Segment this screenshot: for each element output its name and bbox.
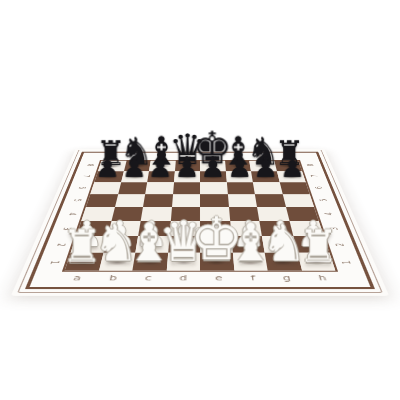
black-pawn-g7[interactable]: ♟ <box>253 153 279 182</box>
square-a7[interactable]: ♟ <box>94 171 123 182</box>
black-pawn-d7[interactable]: ♟ <box>174 153 200 182</box>
coord-label-h: h <box>318 274 328 282</box>
black-pawn-b7[interactable]: ♟ <box>121 153 147 182</box>
coord-label-1: 1 <box>340 260 353 264</box>
black-pawn-f7[interactable]: ♟ <box>227 153 253 182</box>
square-g7[interactable]: ♟ <box>251 171 279 182</box>
square-h1[interactable]: ♜ <box>297 253 335 271</box>
vinyl-chessboard-mat: abcdefgh abcdefgh 87654321 87654321 ♜♞♝♛… <box>11 149 389 296</box>
black-pawn-a7[interactable]: ♟ <box>95 153 121 182</box>
coord-label-8: 8 <box>305 164 315 166</box>
coord-label-7: 7 <box>81 175 91 177</box>
square-h7[interactable]: ♟ <box>276 171 305 182</box>
board-grid: ♜♞♝♛♚♝♞♜♟♟♟♟♟♟♟♟♟♟♟♟♟♟♟♟♜♞♝♛♚♝♞♜ <box>62 160 338 272</box>
coord-label-6: 6 <box>76 186 86 188</box>
square-d7[interactable]: ♟ <box>174 171 200 182</box>
white-rook-h1[interactable]: ♜ <box>298 224 338 269</box>
black-pawn-c7[interactable]: ♟ <box>148 153 174 182</box>
black-pawn-h7[interactable]: ♟ <box>279 153 305 182</box>
coord-label-8: 8 <box>85 164 95 166</box>
coord-label-6: 6 <box>313 186 323 188</box>
square-g1[interactable]: ♞ <box>265 253 302 271</box>
file-labels-bottom: abcdefgh <box>58 274 342 283</box>
coord-label-1: 1 <box>48 260 61 264</box>
coord-label-5: 5 <box>318 199 329 202</box>
square-e7[interactable]: ♟ <box>200 171 226 182</box>
coord-label-d: d <box>179 274 187 282</box>
black-pawn-e7[interactable]: ♟ <box>200 153 226 182</box>
coord-label-5: 5 <box>72 199 83 202</box>
coord-label-7: 7 <box>309 175 319 177</box>
coord-label-c: c <box>144 274 152 282</box>
square-c7[interactable]: ♟ <box>147 171 174 182</box>
coord-label-e: e <box>215 274 223 282</box>
coord-label-a: a <box>73 274 83 282</box>
coord-label-g: g <box>282 274 291 282</box>
coord-label-b: b <box>108 274 117 282</box>
square-b7[interactable]: ♟ <box>121 171 149 182</box>
product-photo-scene: abcdefgh abcdefgh 87654321 87654321 ♜♞♝♛… <box>0 0 400 400</box>
coord-label-f: f <box>250 274 255 282</box>
square-f7[interactable]: ♟ <box>225 171 252 182</box>
